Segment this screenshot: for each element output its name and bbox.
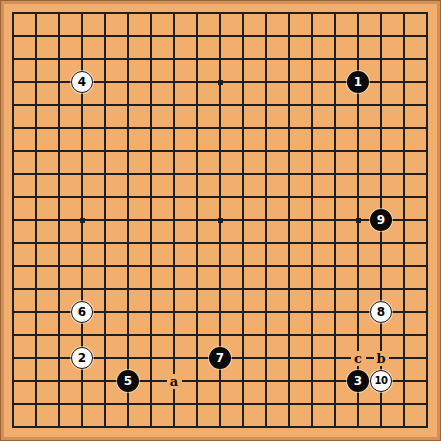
stone-black-1: 1	[347, 71, 369, 93]
stone-white-10: 10	[370, 370, 392, 392]
hoshi-D10	[80, 218, 85, 223]
stone-white-4: 4	[71, 71, 93, 93]
label-b: b	[374, 351, 389, 366]
hoshi-K10	[218, 218, 223, 223]
hoshi-Q10	[356, 218, 361, 223]
hoshi-K16	[218, 80, 223, 85]
stone-black-7: 7	[209, 347, 231, 369]
board-grid: 12345678910abc	[2, 2, 439, 439]
label-a: a	[167, 374, 182, 389]
stone-white-8: 8	[370, 301, 392, 323]
stone-black-3: 3	[347, 370, 369, 392]
label-c: c	[351, 351, 366, 366]
stone-white-6: 6	[71, 301, 93, 323]
stone-black-9: 9	[370, 209, 392, 231]
stone-white-2: 2	[71, 347, 93, 369]
stone-black-5: 5	[117, 370, 139, 392]
go-board: 12345678910abc	[0, 0, 441, 441]
